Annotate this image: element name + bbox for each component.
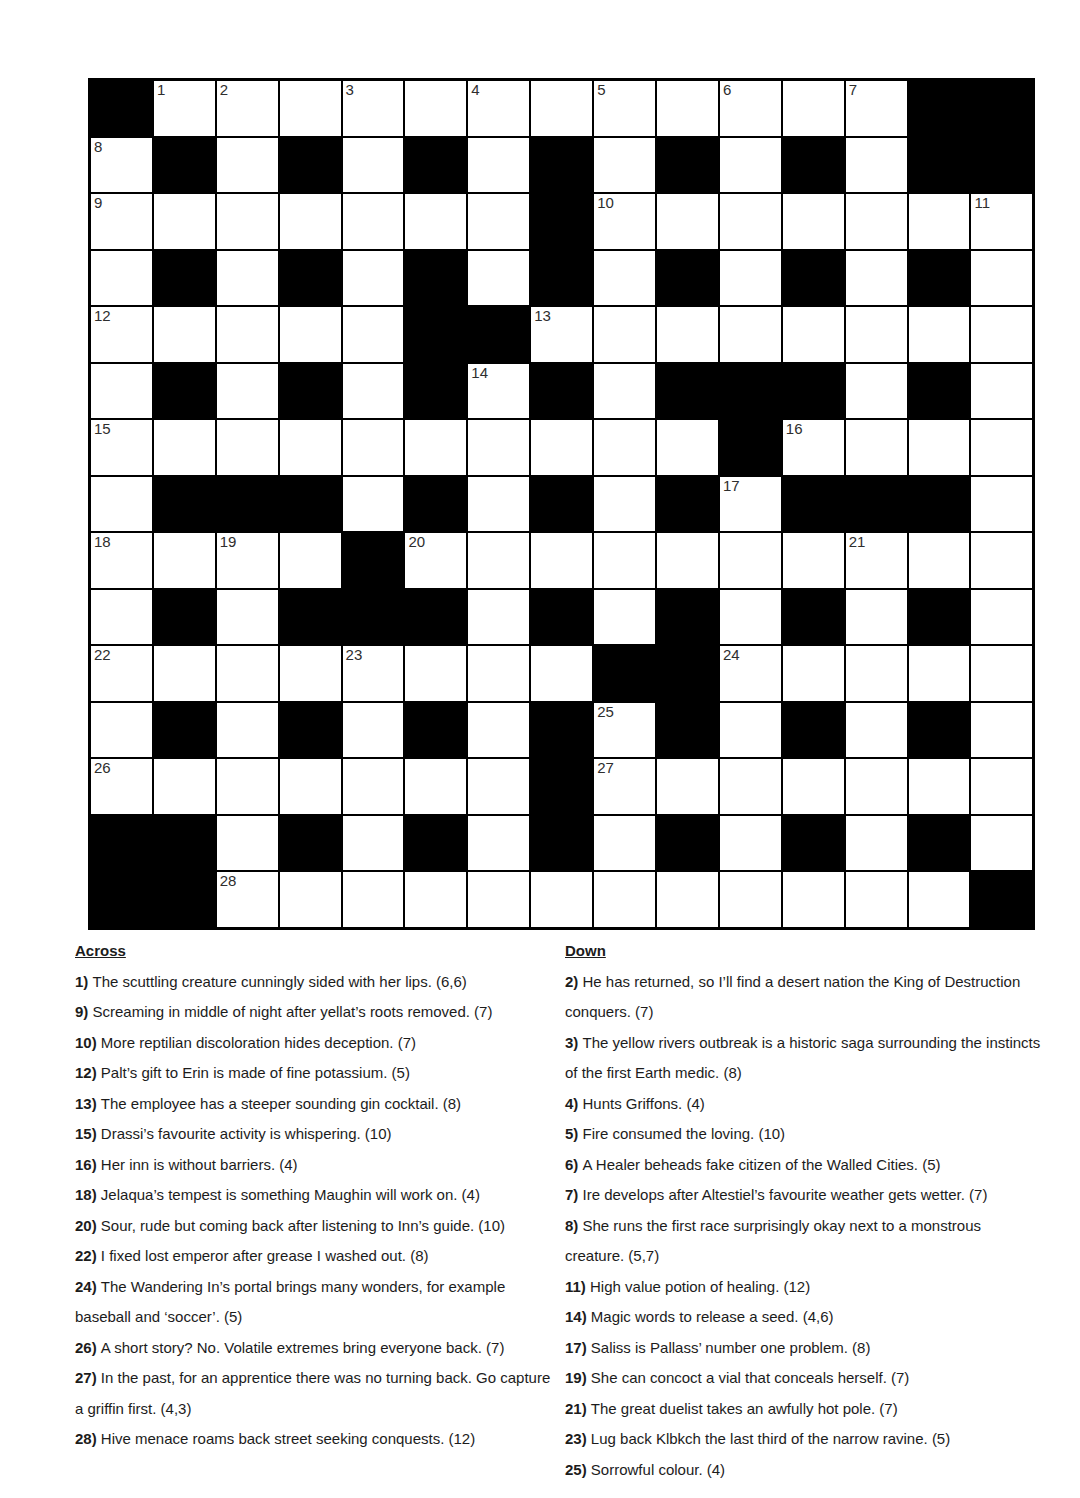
clue-number: 16 [786, 421, 803, 438]
across-clue-number-28: 28) [75, 1430, 101, 1447]
white-cell[interactable]: 2 [217, 81, 278, 136]
white-cell[interactable] [594, 364, 655, 419]
white-cell[interactable] [594, 872, 655, 927]
white-cell[interactable] [280, 194, 341, 249]
white-cell[interactable]: 17 [720, 477, 781, 532]
white-cell[interactable] [846, 138, 907, 193]
black-cell [783, 703, 844, 758]
white-cell[interactable] [154, 307, 215, 362]
black-cell [846, 477, 907, 532]
white-cell[interactable] [154, 420, 215, 475]
black-cell [280, 816, 341, 871]
black-cell [154, 590, 215, 645]
white-cell[interactable] [217, 646, 278, 701]
white-cell[interactable] [217, 307, 278, 362]
white-cell[interactable] [971, 364, 1032, 419]
white-cell[interactable] [657, 533, 718, 588]
white-cell[interactable]: 18 [91, 533, 152, 588]
down-clue-3: 3) The yellow rivers outbreak is a histo… [565, 1028, 1043, 1089]
white-cell[interactable] [720, 138, 781, 193]
white-cell[interactable] [217, 703, 278, 758]
down-clue-number-3: 3) [565, 1034, 583, 1051]
white-cell[interactable] [594, 590, 655, 645]
white-cell[interactable] [343, 420, 404, 475]
clue-number: 2 [220, 82, 228, 99]
down-clue-17: 17) Saliss is Pallass’ number one proble… [565, 1333, 1043, 1364]
down-clue-6: 6) A Healer beheads fake citizen of the … [565, 1150, 1043, 1181]
white-cell[interactable] [657, 307, 718, 362]
white-cell[interactable] [971, 420, 1032, 475]
white-cell[interactable] [217, 194, 278, 249]
white-cell[interactable] [846, 646, 907, 701]
across-clue-number-18: 18) [75, 1186, 101, 1203]
black-cell [783, 590, 844, 645]
down-header: Down [565, 936, 1043, 967]
white-cell[interactable] [405, 420, 466, 475]
white-cell[interactable] [846, 364, 907, 419]
white-cell[interactable]: 11 [971, 194, 1032, 249]
black-cell [783, 816, 844, 871]
clue-number: 19 [220, 534, 237, 551]
white-cell[interactable] [91, 477, 152, 532]
clue-number: 12 [94, 308, 111, 325]
white-cell[interactable] [846, 759, 907, 814]
white-cell[interactable] [154, 194, 215, 249]
white-cell[interactable] [971, 703, 1032, 758]
clue-number: 7 [849, 82, 857, 99]
crossword-grid: 1234567891011121314151617181920212223242… [88, 78, 1035, 930]
down-clue-number-19: 19) [565, 1369, 591, 1386]
across-clue-20: 20) Sour, rude but coming back after lis… [75, 1211, 553, 1242]
white-cell[interactable] [405, 194, 466, 249]
white-cell[interactable] [280, 533, 341, 588]
down-clue-25: 25) Sorrowful colour. (4) [565, 1455, 1043, 1486]
clue-number: 6 [723, 82, 731, 99]
white-cell[interactable] [343, 251, 404, 306]
white-cell[interactable]: 8 [91, 138, 152, 193]
white-cell[interactable] [531, 533, 592, 588]
black-cell [405, 307, 466, 362]
black-cell [531, 759, 592, 814]
black-cell [468, 307, 529, 362]
black-cell [531, 138, 592, 193]
down-clue-number-21: 21) [565, 1400, 591, 1417]
black-cell [154, 364, 215, 419]
black-cell [531, 816, 592, 871]
white-cell[interactable] [217, 420, 278, 475]
white-cell[interactable]: 12 [91, 307, 152, 362]
black-cell [91, 872, 152, 927]
clue-number: 23 [346, 647, 363, 664]
white-cell[interactable] [846, 590, 907, 645]
white-cell[interactable] [343, 477, 404, 532]
white-cell[interactable] [783, 81, 844, 136]
white-cell[interactable] [909, 194, 970, 249]
white-cell[interactable] [405, 872, 466, 927]
white-cell[interactable] [468, 816, 529, 871]
white-cell[interactable] [971, 816, 1032, 871]
across-clue-number-27: 27) [75, 1369, 101, 1386]
white-cell[interactable] [846, 872, 907, 927]
black-cell [657, 590, 718, 645]
white-cell[interactable]: 15 [91, 420, 152, 475]
down-clue-2: 2) He has returned, so I’ll find a deser… [565, 967, 1043, 1028]
white-cell[interactable] [971, 590, 1032, 645]
black-cell [154, 816, 215, 871]
down-clue-11: 11) High value potion of healing. (12) [565, 1272, 1043, 1303]
white-cell[interactable] [720, 703, 781, 758]
white-cell[interactable]: 22 [91, 646, 152, 701]
white-cell[interactable] [783, 646, 844, 701]
white-cell[interactable] [657, 872, 718, 927]
across-clue-13: 13) The employee has a steeper sounding … [75, 1089, 553, 1120]
white-cell[interactable] [468, 194, 529, 249]
white-cell[interactable] [657, 194, 718, 249]
across-clue-16: 16) Her inn is without barriers. (4) [75, 1150, 553, 1181]
white-cell[interactable] [657, 759, 718, 814]
across-clue-1: 1) The scuttling creature cunningly side… [75, 967, 553, 998]
white-cell[interactable] [405, 81, 466, 136]
black-cell [217, 477, 278, 532]
white-cell[interactable] [468, 759, 529, 814]
white-cell[interactable] [343, 194, 404, 249]
white-cell[interactable] [468, 703, 529, 758]
white-cell[interactable] [594, 816, 655, 871]
clue-number: 18 [94, 534, 111, 551]
down-clue-21: 21) The great duelist takes an awfully h… [565, 1394, 1043, 1425]
black-cell [531, 251, 592, 306]
white-cell[interactable] [217, 364, 278, 419]
across-clue-number-9: 9) [75, 1003, 93, 1020]
white-cell[interactable] [531, 646, 592, 701]
black-cell [154, 138, 215, 193]
black-cell [343, 533, 404, 588]
across-clue-15: 15) Drassi’s favourite activity is whisp… [75, 1119, 553, 1150]
white-cell[interactable] [531, 81, 592, 136]
across-clue-12: 12) Palt’s gift to Erin is made of fine … [75, 1058, 553, 1089]
black-cell [909, 364, 970, 419]
white-cell[interactable] [846, 307, 907, 362]
black-cell [720, 364, 781, 419]
black-cell [280, 590, 341, 645]
white-cell[interactable] [468, 646, 529, 701]
black-cell [909, 81, 970, 136]
white-cell[interactable]: 10 [594, 194, 655, 249]
white-cell[interactable] [91, 251, 152, 306]
white-cell[interactable] [343, 138, 404, 193]
white-cell[interactable]: 7 [846, 81, 907, 136]
white-cell[interactable]: 4 [468, 81, 529, 136]
down-clue-14: 14) Magic words to release a seed. (4,6) [565, 1302, 1043, 1333]
across-clue-number-26: 26) [75, 1339, 101, 1356]
white-cell[interactable] [468, 420, 529, 475]
white-cell[interactable]: 19 [217, 533, 278, 588]
white-cell[interactable] [280, 872, 341, 927]
black-cell [971, 138, 1032, 193]
black-cell [657, 816, 718, 871]
black-cell [909, 590, 970, 645]
clue-number: 26 [94, 760, 111, 777]
down-clue-number-2: 2) [565, 973, 583, 990]
clue-number: 8 [94, 139, 102, 156]
white-cell[interactable]: 23 [343, 646, 404, 701]
black-cell [531, 477, 592, 532]
across-clue-27: 27) In the past, for an apprentice there… [75, 1363, 553, 1424]
down-clue-4: 4) Hunts Griffons. (4) [565, 1089, 1043, 1120]
white-cell[interactable]: 9 [91, 194, 152, 249]
white-cell[interactable]: 3 [343, 81, 404, 136]
down-clue-7: 7) Ire develops after Altestiel’s favour… [565, 1180, 1043, 1211]
down-clue-number-11: 11) [565, 1278, 590, 1295]
black-cell [531, 194, 592, 249]
white-cell[interactable]: 14 [468, 364, 529, 419]
white-cell[interactable] [91, 703, 152, 758]
white-cell[interactable] [971, 759, 1032, 814]
white-cell[interactable] [783, 872, 844, 927]
white-cell[interactable] [91, 590, 152, 645]
white-cell[interactable] [720, 816, 781, 871]
black-cell [531, 364, 592, 419]
black-cell [405, 816, 466, 871]
white-cell[interactable] [280, 759, 341, 814]
down-clue-list: 2) He has returned, so I’ll find a deser… [565, 967, 1043, 1486]
black-cell [154, 251, 215, 306]
white-cell[interactable] [971, 307, 1032, 362]
clue-number: 4 [471, 82, 479, 99]
across-clue-18: 18) Jelaqua’s tempest is something Maugh… [75, 1180, 553, 1211]
clue-number: 5 [597, 82, 605, 99]
white-cell[interactable] [594, 138, 655, 193]
white-cell[interactable] [343, 703, 404, 758]
white-cell[interactable] [971, 477, 1032, 532]
black-cell [531, 590, 592, 645]
white-cell[interactable] [217, 590, 278, 645]
white-cell[interactable] [594, 477, 655, 532]
white-cell[interactable] [343, 816, 404, 871]
white-cell[interactable] [846, 420, 907, 475]
white-cell[interactable]: 27 [594, 759, 655, 814]
black-cell [280, 703, 341, 758]
white-cell[interactable]: 6 [720, 81, 781, 136]
white-cell[interactable] [468, 251, 529, 306]
white-cell[interactable] [468, 477, 529, 532]
black-cell [405, 590, 466, 645]
clue-number: 28 [220, 873, 237, 890]
white-cell[interactable] [343, 872, 404, 927]
across-clue-10: 10) More reptilian discoloration hides d… [75, 1028, 553, 1059]
black-cell [783, 251, 844, 306]
white-cell[interactable] [280, 420, 341, 475]
white-cell[interactable] [846, 816, 907, 871]
down-clue-number-5: 5) [565, 1125, 583, 1142]
black-cell [343, 590, 404, 645]
down-clue-number-6: 6) [565, 1156, 583, 1173]
white-cell[interactable] [405, 646, 466, 701]
black-cell [280, 364, 341, 419]
clue-number: 9 [94, 195, 102, 212]
white-cell[interactable] [531, 420, 592, 475]
across-clue-24: 24) The Wandering In’s portal brings man… [75, 1272, 553, 1333]
down-clue-number-23: 23) [565, 1430, 591, 1447]
white-cell[interactable] [720, 590, 781, 645]
clue-number: 15 [94, 421, 111, 438]
across-clue-number-16: 16) [75, 1156, 101, 1173]
white-cell[interactable] [846, 194, 907, 249]
white-cell[interactable] [468, 138, 529, 193]
white-cell[interactable] [468, 533, 529, 588]
white-cell[interactable] [280, 81, 341, 136]
black-cell [909, 251, 970, 306]
black-cell [405, 477, 466, 532]
down-clue-8: 8) She runs the first race surprisingly … [565, 1211, 1043, 1272]
white-cell[interactable] [720, 251, 781, 306]
white-cell[interactable] [720, 872, 781, 927]
white-cell[interactable] [594, 251, 655, 306]
clue-number: 11 [974, 195, 990, 212]
white-cell[interactable] [909, 420, 970, 475]
clue-number: 20 [408, 534, 425, 551]
black-cell [909, 477, 970, 532]
white-cell[interactable] [720, 307, 781, 362]
black-cell [909, 703, 970, 758]
clue-number: 13 [534, 308, 551, 325]
white-cell[interactable]: 20 [405, 533, 466, 588]
white-cell[interactable]: 5 [594, 81, 655, 136]
black-cell [657, 251, 718, 306]
white-cell[interactable]: 16 [783, 420, 844, 475]
white-cell[interactable]: 21 [846, 533, 907, 588]
clue-number: 24 [723, 647, 740, 664]
black-cell [720, 420, 781, 475]
white-cell[interactable] [783, 759, 844, 814]
white-cell[interactable] [280, 307, 341, 362]
across-clues-section: Across 1) The scuttling creature cunning… [75, 936, 553, 1455]
white-cell[interactable] [783, 194, 844, 249]
clue-number: 27 [597, 760, 614, 777]
across-clue-number-12: 12) [75, 1064, 101, 1081]
white-cell[interactable]: 25 [594, 703, 655, 758]
white-cell[interactable] [783, 307, 844, 362]
white-cell[interactable] [531, 872, 592, 927]
white-cell[interactable] [846, 703, 907, 758]
across-header: Across [75, 936, 553, 967]
black-cell [405, 251, 466, 306]
black-cell [657, 477, 718, 532]
white-cell[interactable] [280, 646, 341, 701]
white-cell[interactable] [91, 364, 152, 419]
white-cell[interactable] [154, 759, 215, 814]
down-clue-19: 19) She can concoct a vial that conceals… [565, 1363, 1043, 1394]
across-clue-list: 1) The scuttling creature cunningly side… [75, 967, 553, 1455]
white-cell[interactable] [720, 194, 781, 249]
across-clue-number-13: 13) [75, 1095, 101, 1112]
white-cell[interactable] [657, 420, 718, 475]
black-cell [91, 81, 152, 136]
white-cell[interactable] [217, 138, 278, 193]
black-cell [783, 138, 844, 193]
white-cell[interactable] [343, 307, 404, 362]
white-cell[interactable] [657, 81, 718, 136]
down-clue-number-14: 14) [565, 1308, 591, 1325]
white-cell[interactable] [909, 872, 970, 927]
white-cell[interactable] [217, 251, 278, 306]
white-cell[interactable] [909, 307, 970, 362]
white-cell[interactable]: 24 [720, 646, 781, 701]
down-clue-number-17: 17) [565, 1339, 591, 1356]
black-cell [405, 364, 466, 419]
across-clue-9: 9) Screaming in middle of night after ye… [75, 997, 553, 1028]
white-cell[interactable]: 13 [531, 307, 592, 362]
black-cell [91, 816, 152, 871]
across-clue-number-10: 10) [75, 1034, 101, 1051]
black-cell [783, 364, 844, 419]
clue-number: 25 [597, 704, 614, 721]
down-clue-number-4: 4) [565, 1095, 583, 1112]
white-cell[interactable]: 28 [217, 872, 278, 927]
down-clue-number-8: 8) [565, 1217, 583, 1234]
black-cell [280, 477, 341, 532]
white-cell[interactable] [468, 590, 529, 645]
across-clue-number-1: 1) [75, 973, 93, 990]
black-cell [280, 138, 341, 193]
clue-number: 21 [849, 534, 866, 551]
across-clue-22: 22) I fixed lost emperor after grease I … [75, 1241, 553, 1272]
white-cell[interactable] [594, 420, 655, 475]
white-cell[interactable] [154, 533, 215, 588]
across-clue-number-24: 24) [75, 1278, 101, 1295]
white-cell[interactable] [971, 646, 1032, 701]
down-clue-23: 23) Lug back Klbkch the last third of th… [565, 1424, 1043, 1455]
across-clue-28: 28) Hive menace roams back street seekin… [75, 1424, 553, 1455]
black-cell [909, 138, 970, 193]
white-cell[interactable]: 1 [154, 81, 215, 136]
white-cell[interactable] [720, 759, 781, 814]
black-cell [657, 646, 718, 701]
white-cell[interactable] [720, 533, 781, 588]
white-cell[interactable] [154, 646, 215, 701]
white-cell[interactable] [971, 533, 1032, 588]
black-cell [154, 477, 215, 532]
black-cell [154, 703, 215, 758]
white-cell[interactable] [971, 251, 1032, 306]
white-cell[interactable] [343, 759, 404, 814]
down-clue-5: 5) Fire consumed the loving. (10) [565, 1119, 1043, 1150]
across-clue-number-15: 15) [75, 1125, 101, 1142]
clue-number: 14 [471, 365, 488, 382]
white-cell[interactable] [909, 759, 970, 814]
clue-number: 1 [157, 82, 165, 99]
down-clue-number-25: 25) [565, 1461, 591, 1478]
white-cell[interactable] [217, 759, 278, 814]
white-cell[interactable] [343, 364, 404, 419]
black-cell [405, 703, 466, 758]
black-cell [971, 872, 1032, 927]
white-cell[interactable] [405, 759, 466, 814]
white-cell[interactable] [909, 533, 970, 588]
white-cell[interactable] [594, 307, 655, 362]
across-clue-26: 26) A short story? No. Volatile extremes… [75, 1333, 553, 1364]
white-cell[interactable] [468, 872, 529, 927]
white-cell[interactable] [846, 251, 907, 306]
black-cell [657, 364, 718, 419]
black-cell [594, 646, 655, 701]
white-cell[interactable] [594, 533, 655, 588]
white-cell[interactable]: 26 [91, 759, 152, 814]
black-cell [405, 138, 466, 193]
white-cell[interactable] [783, 533, 844, 588]
white-cell[interactable] [909, 646, 970, 701]
white-cell[interactable] [217, 816, 278, 871]
